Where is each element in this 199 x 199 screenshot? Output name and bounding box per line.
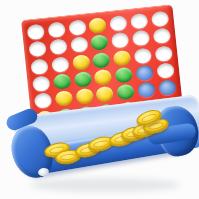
empty-hole <box>47 22 65 39</box>
empty-hole <box>51 56 69 73</box>
yellow-disc <box>75 88 93 105</box>
yellow-disc <box>94 69 112 86</box>
green-disc <box>73 71 91 88</box>
empty-hole <box>111 32 129 49</box>
empty-hole <box>151 11 169 28</box>
cell-r3c2[interactable] <box>49 55 72 74</box>
green-disc <box>92 52 110 69</box>
tray-shadow <box>30 178 180 192</box>
empty-hole <box>70 37 88 54</box>
green-disc <box>117 84 135 101</box>
green-disc <box>53 73 71 90</box>
yellow-disc <box>55 91 73 108</box>
tray-corner-button <box>37 167 49 177</box>
empty-hole <box>136 65 154 82</box>
empty-hole <box>110 15 128 32</box>
empty-hole <box>49 39 67 56</box>
empty-hole <box>28 41 46 58</box>
empty-hole <box>30 58 48 75</box>
empty-hole <box>132 30 150 47</box>
empty-hole <box>130 13 148 30</box>
green-disc <box>115 67 133 84</box>
empty-hole <box>34 93 52 110</box>
yellow-disc <box>96 86 114 103</box>
empty-hole <box>153 28 171 45</box>
yellow-disc <box>72 54 90 71</box>
empty-hole <box>155 45 173 62</box>
empty-hole <box>32 76 50 93</box>
yellow-disc <box>89 17 107 34</box>
empty-hole <box>156 62 174 79</box>
empty-hole <box>134 47 152 64</box>
yellow-disc <box>113 50 131 67</box>
green-disc <box>91 35 109 52</box>
connect-four-toy-photo <box>0 0 199 199</box>
empty-hole <box>68 19 86 36</box>
empty-hole <box>137 82 155 99</box>
empty-hole <box>158 80 176 97</box>
empty-hole <box>27 24 45 41</box>
